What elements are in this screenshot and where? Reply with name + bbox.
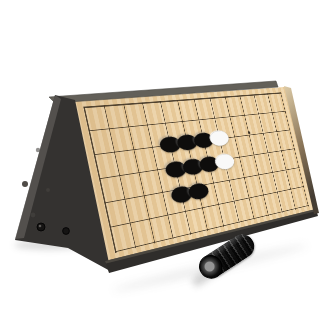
panel-speckle [46,188,50,192]
board-frame [0,0,330,330]
left-end-panel [15,95,112,272]
right-edge [284,86,319,214]
hinge-bump [22,181,28,187]
latch-knob [37,223,45,231]
top-ridge [49,81,278,103]
latch-knob-highlight [39,225,42,228]
panel-speckle [31,213,36,218]
product-photo-go-board: ●●●●●●●●●● [0,0,330,330]
panel-speckle [36,148,40,152]
latch-knob [63,228,70,235]
